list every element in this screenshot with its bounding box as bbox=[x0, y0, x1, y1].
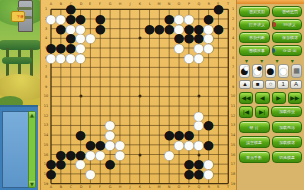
black-stone-small-icon: ● bbox=[257, 64, 262, 71]
button-icon bbox=[239, 35, 240, 40]
teach-button-5[interactable]: 形势判断 bbox=[239, 32, 270, 43]
coord-label: 17 bbox=[230, 162, 234, 166]
coord-label: 7 bbox=[44, 65, 46, 69]
button-icon bbox=[272, 22, 277, 27]
coord-label: B bbox=[60, 185, 62, 189]
star-point bbox=[79, 95, 82, 98]
coord-label: P bbox=[188, 2, 190, 6]
coord-label: N bbox=[168, 185, 171, 189]
coord-label: 3 bbox=[44, 27, 46, 31]
coord-label: R bbox=[207, 2, 209, 6]
teach-button-6[interactable]: 保存棋谱 bbox=[272, 32, 303, 43]
coord-label: B bbox=[60, 2, 62, 6]
white-stone: ● bbox=[203, 42, 213, 54]
coord-label: 14 bbox=[43, 133, 47, 137]
coord-label: 11 bbox=[230, 104, 234, 108]
coord-label: 16 bbox=[230, 153, 234, 157]
white-stone: ● bbox=[75, 51, 85, 63]
background-landscape: 下课 bbox=[0, 0, 40, 106]
black-stone: ● bbox=[46, 167, 56, 179]
marker-tool-■[interactable]: ■ bbox=[252, 80, 264, 89]
coord-label: P bbox=[188, 185, 190, 189]
teach-button-8[interactable]: G·进·出 bbox=[272, 45, 303, 56]
coord-label: F bbox=[99, 185, 101, 189]
white-stone: ● bbox=[85, 167, 95, 179]
marker-tool-▲[interactable]: ▲ bbox=[239, 80, 251, 89]
teach-button-1[interactable]: 答对奖励 bbox=[239, 6, 270, 17]
coord-label: 18 bbox=[230, 172, 234, 176]
coord-label: 13 bbox=[230, 123, 234, 127]
button-label: 保存棋谱 bbox=[282, 35, 298, 41]
button-icon bbox=[239, 9, 240, 14]
action-button-5[interactable]: 显示手数 bbox=[239, 151, 270, 163]
mode-white-only[interactable]: ● bbox=[278, 64, 289, 78]
black-stone: ● bbox=[56, 158, 66, 170]
media-button-row: ◀◀◀▶▶▶ bbox=[237, 90, 304, 105]
white-stone: ● bbox=[194, 51, 204, 63]
coord-label: K bbox=[138, 2, 140, 6]
chat-scrollbar[interactable]: ▲ ▼ bbox=[28, 111, 36, 188]
button-label: 打开讲义 bbox=[249, 22, 265, 28]
button-label: 形势判断 bbox=[249, 35, 265, 41]
star-point bbox=[197, 95, 200, 98]
button-label: 答错惩罚 bbox=[282, 9, 298, 15]
coord-label: K bbox=[138, 185, 140, 189]
coord-label: 13 bbox=[43, 123, 47, 127]
white-stone: ● bbox=[164, 148, 174, 160]
load-homework-button[interactable]: 加载作业 bbox=[271, 106, 302, 117]
mode-eraser[interactable]: ▦ bbox=[291, 64, 302, 78]
coord-label: F bbox=[99, 2, 101, 6]
button-label: 切换棋盘 bbox=[279, 154, 295, 160]
media-▶▶-button[interactable]: ▶▶ bbox=[288, 92, 302, 104]
go-board[interactable]: AABBCCDDEEFFGGHHJJKKLLMMNNOOPPQQRRSSTT11… bbox=[40, 0, 237, 190]
coord-label: 1 bbox=[231, 7, 233, 11]
teach-button-3[interactable]: 打开讲义 bbox=[239, 19, 270, 30]
coord-label: L bbox=[149, 185, 151, 189]
teach-button-4[interactable]: 99讲义 bbox=[272, 19, 303, 30]
action-button-1[interactable]: 研 讨 bbox=[239, 121, 270, 133]
action-button-6[interactable]: 切换棋盘 bbox=[272, 151, 303, 163]
button-label: 围棋故事 bbox=[249, 48, 265, 54]
coord-label: G bbox=[109, 2, 112, 6]
action-button-2[interactable]: 加载死活 bbox=[272, 121, 303, 133]
chat-panel: ▲ ▼ bbox=[0, 105, 38, 190]
nav-▶|-button[interactable]: ▶| bbox=[255, 106, 269, 118]
coord-label: Q bbox=[197, 185, 200, 189]
mode-caret-icon: ▾ bbox=[276, 58, 279, 64]
button-icon bbox=[239, 48, 240, 53]
button-icon bbox=[272, 35, 273, 40]
pagoda-roof-lower bbox=[2, 57, 32, 64]
white-stone-small-icon: ● bbox=[244, 64, 249, 71]
media-▶-button[interactable]: ▶ bbox=[272, 92, 286, 104]
coord-label: H bbox=[119, 2, 122, 6]
coord-label: A bbox=[50, 185, 52, 189]
black-stone: ● bbox=[203, 119, 213, 131]
mode-caret-icon: ▾ bbox=[260, 58, 263, 64]
teach-button-grid: 答对奖励答错惩罚打开讲义99讲义形势判断保存棋谱围棋故事G·进·出 bbox=[237, 4, 304, 57]
marker-tool-1[interactable]: 1 bbox=[277, 80, 289, 89]
marker-tool-A[interactable]: A bbox=[290, 80, 302, 89]
coord-label: D bbox=[79, 2, 82, 6]
coord-label: O bbox=[178, 185, 181, 189]
media-◀◀-button[interactable]: ◀◀ bbox=[239, 92, 253, 104]
chat-area[interactable] bbox=[2, 111, 30, 188]
scroll-down-icon[interactable]: ▼ bbox=[29, 181, 35, 187]
white-stone: ● bbox=[85, 32, 95, 44]
coord-label: 10 bbox=[43, 94, 47, 98]
coord-label: 19 bbox=[230, 182, 234, 186]
teach-button-2[interactable]: 答错惩罚 bbox=[272, 6, 303, 17]
white-stone: ● bbox=[115, 148, 125, 160]
star-point bbox=[197, 153, 200, 156]
mode-black-only[interactable]: ● bbox=[265, 64, 276, 78]
marker-tool-○[interactable]: ○ bbox=[265, 80, 277, 89]
button-icon bbox=[272, 48, 275, 53]
coord-label: 12 bbox=[43, 114, 47, 118]
button-label: 显示手数 bbox=[246, 154, 262, 160]
sign-badge[interactable]: 下课 bbox=[11, 11, 25, 22]
coord-label: 9 bbox=[231, 85, 233, 89]
action-button-grid: 研 讨加载死活清空棋盘加载棋谱显示手数切换棋盘 bbox=[237, 119, 304, 165]
coord-label: C bbox=[69, 185, 71, 189]
teach-button-7[interactable]: 围棋故事 bbox=[239, 45, 270, 56]
coord-label: G bbox=[109, 185, 112, 189]
button-label: G·进·出 bbox=[283, 48, 297, 54]
button-icon bbox=[272, 9, 273, 14]
coord-label: T bbox=[227, 185, 229, 189]
coord-label: 15 bbox=[230, 143, 234, 147]
coord-label: 4 bbox=[231, 36, 233, 40]
button-label: 加载作业 bbox=[279, 109, 295, 115]
app-window: 下课 ▲ ▼ AABBCCDDEEFFGGHHJJKKLLMMNNOOPPQQR… bbox=[0, 0, 304, 190]
action-button-4[interactable]: 加载棋谱 bbox=[272, 136, 303, 148]
marker-tool-row: ▲■○1A bbox=[237, 78, 304, 90]
mode-caret-row: ▾▾▾▾ bbox=[237, 57, 304, 64]
button-label: 加载死活 bbox=[279, 124, 295, 130]
button-label: 清空棋盘 bbox=[246, 139, 262, 145]
button-icon bbox=[239, 22, 240, 27]
coord-label: 19 bbox=[43, 182, 47, 186]
action-button-3[interactable]: 清空棋盘 bbox=[239, 136, 270, 148]
stone-mode-row: ●●●●●●▦ bbox=[237, 64, 304, 78]
coord-label: T bbox=[227, 2, 229, 6]
button-label: 加载棋谱 bbox=[279, 139, 295, 145]
button-label: 研 讨 bbox=[250, 124, 259, 130]
coord-label: L bbox=[149, 2, 151, 6]
star-point bbox=[138, 95, 141, 98]
media-◀-button[interactable]: ◀ bbox=[255, 92, 269, 104]
coord-label: 5 bbox=[231, 46, 233, 50]
coord-label: 10 bbox=[230, 94, 234, 98]
star-point bbox=[138, 153, 141, 156]
mode-alt-black-first[interactable]: ●● bbox=[239, 64, 250, 78]
mode-alt-white-first[interactable]: ●● bbox=[252, 64, 263, 78]
coord-label: 14 bbox=[230, 133, 234, 137]
eraser-icon: ▦ bbox=[293, 67, 300, 75]
coord-label: J bbox=[129, 2, 130, 6]
black-stone: ● bbox=[213, 3, 223, 15]
white-stone: ● bbox=[203, 167, 213, 179]
star-point bbox=[138, 37, 141, 40]
coord-label: H bbox=[119, 185, 122, 189]
black-stone: ● bbox=[95, 22, 105, 34]
sign-badge-label: 下课 bbox=[16, 14, 23, 18]
coord-label: 12 bbox=[230, 114, 234, 118]
nav-|◀-button[interactable]: |◀ bbox=[239, 106, 253, 118]
coord-label: M bbox=[158, 185, 161, 189]
black-stone: ● bbox=[203, 138, 213, 150]
coord-label: 3 bbox=[231, 27, 233, 31]
button-label: 99讲义 bbox=[284, 22, 296, 28]
control-panel: 答对奖励答错惩罚打开讲义99讲义形势判断保存棋谱围棋故事G·进·出 ▾▾▾▾ ●… bbox=[236, 0, 304, 190]
coord-label: 6 bbox=[231, 56, 233, 60]
coord-label: J bbox=[129, 185, 130, 189]
coord-label: O bbox=[178, 2, 181, 6]
coord-label: 2 bbox=[231, 17, 233, 21]
coord-label: 8 bbox=[44, 75, 46, 79]
black-stone-icon: ● bbox=[267, 66, 275, 76]
coord-label: 8 bbox=[231, 75, 233, 79]
coord-label: R bbox=[207, 185, 209, 189]
white-stone-icon: ● bbox=[280, 66, 288, 76]
coord-label: D bbox=[79, 185, 82, 189]
button-label: 答对奖励 bbox=[249, 9, 265, 15]
black-stone: ● bbox=[213, 22, 223, 34]
mode-caret-icon: ▾ bbox=[245, 58, 248, 64]
coord-label: 7 bbox=[231, 65, 233, 69]
nav-button-row: |◀▶|加载作业 bbox=[237, 105, 304, 119]
coord-label: 15 bbox=[43, 143, 47, 147]
coord-label: M bbox=[158, 2, 161, 6]
coord-label: A bbox=[50, 2, 52, 6]
coord-label: 11 bbox=[43, 104, 47, 108]
coord-label: N bbox=[168, 2, 171, 6]
scroll-up-icon[interactable]: ▲ bbox=[29, 112, 35, 118]
coord-label: 9 bbox=[44, 85, 46, 89]
black-stone: ● bbox=[105, 158, 115, 170]
coord-label: Q bbox=[197, 2, 200, 6]
mode-caret-icon: ▾ bbox=[291, 58, 294, 64]
